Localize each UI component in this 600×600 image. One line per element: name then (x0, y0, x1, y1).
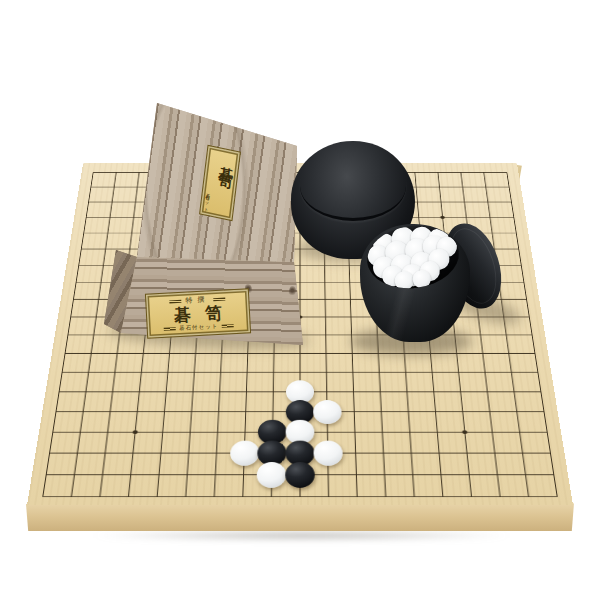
top-label-side-text: 碁石付セット (204, 189, 212, 211)
grid-line-v (484, 172, 529, 496)
box-front-label: 特撰 碁笥 碁石付セット (145, 288, 251, 338)
grid-line-v (43, 172, 93, 496)
board-stone-white (313, 441, 343, 466)
star-point (133, 430, 138, 434)
board-stone-white (313, 400, 342, 424)
go-set-product-photo: 碁笥 碁石付セット 特撰 碁笥 碁石付セット (0, 0, 600, 600)
goke-box: 碁笥 碁石付セット 特撰 碁笥 碁石付セット (100, 98, 312, 354)
board-stone-white (229, 441, 259, 466)
top-label-title: 碁笥 (219, 154, 236, 169)
board-front-edge (26, 503, 574, 531)
board-stone-black (285, 462, 315, 488)
star-point (462, 430, 467, 434)
star-point (440, 216, 445, 219)
grid-line-v (507, 172, 557, 496)
